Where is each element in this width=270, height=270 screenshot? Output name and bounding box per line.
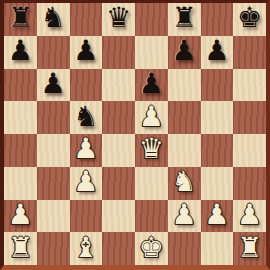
piece-white-pawn[interactable]: ♟	[8, 201, 33, 229]
square-h7[interactable]	[233, 36, 266, 69]
piece-white-knight[interactable]: ♞	[172, 168, 197, 196]
square-a5[interactable]	[4, 101, 37, 134]
square-e2[interactable]	[135, 200, 168, 233]
square-d3[interactable]	[102, 167, 135, 200]
square-h1[interactable]: ♜	[233, 232, 266, 265]
square-b5[interactable]	[37, 101, 70, 134]
piece-black-pawn[interactable]: ♟	[172, 37, 197, 65]
square-f1[interactable]	[168, 232, 201, 265]
piece-white-pawn[interactable]: ♟	[237, 201, 262, 229]
square-d7[interactable]	[102, 36, 135, 69]
piece-black-pawn[interactable]: ♟	[41, 70, 66, 98]
piece-white-pawn[interactable]: ♟	[172, 201, 197, 229]
square-e4[interactable]: ♛	[135, 134, 168, 167]
square-h2[interactable]: ♟	[233, 200, 266, 233]
square-b2[interactable]	[37, 200, 70, 233]
square-f6[interactable]	[168, 69, 201, 102]
chess-board: ♜♞♛♜♚♟♟♟♟♟♟♞♟♟♛♟♞♟♟♟♟♜♝♚♜	[4, 3, 266, 265]
square-g1[interactable]	[201, 232, 234, 265]
square-g2[interactable]: ♟	[201, 200, 234, 233]
square-e3[interactable]	[135, 167, 168, 200]
square-a3[interactable]	[4, 167, 37, 200]
square-b4[interactable]	[37, 134, 70, 167]
square-e5[interactable]: ♟	[135, 101, 168, 134]
piece-black-knight[interactable]: ♞	[73, 103, 98, 131]
square-c4[interactable]: ♟	[70, 134, 103, 167]
square-b8[interactable]: ♞	[37, 3, 70, 36]
square-d5[interactable]	[102, 101, 135, 134]
piece-white-pawn[interactable]: ♟	[204, 201, 229, 229]
piece-white-queen[interactable]: ♛	[139, 135, 164, 163]
square-a1[interactable]: ♜	[4, 232, 37, 265]
piece-white-pawn[interactable]: ♟	[73, 135, 98, 163]
square-e8[interactable]	[135, 3, 168, 36]
piece-black-king[interactable]: ♚	[237, 4, 262, 32]
square-g6[interactable]	[201, 69, 234, 102]
piece-white-rook[interactable]: ♜	[8, 234, 33, 262]
square-h8[interactable]: ♚	[233, 3, 266, 36]
square-g4[interactable]	[201, 134, 234, 167]
square-e6[interactable]: ♟	[135, 69, 168, 102]
square-f5[interactable]	[168, 101, 201, 134]
square-g8[interactable]	[201, 3, 234, 36]
square-c7[interactable]: ♟	[70, 36, 103, 69]
piece-black-pawn[interactable]: ♟	[204, 37, 229, 65]
piece-black-pawn[interactable]: ♟	[8, 37, 33, 65]
square-f8[interactable]: ♜	[168, 3, 201, 36]
square-a6[interactable]	[4, 69, 37, 102]
piece-white-pawn[interactable]: ♟	[139, 103, 164, 131]
square-c2[interactable]	[70, 200, 103, 233]
square-c1[interactable]: ♝	[70, 232, 103, 265]
piece-black-knight[interactable]: ♞	[41, 4, 66, 32]
square-d6[interactable]	[102, 69, 135, 102]
square-g7[interactable]: ♟	[201, 36, 234, 69]
square-c5[interactable]: ♞	[70, 101, 103, 134]
square-f3[interactable]: ♞	[168, 167, 201, 200]
square-f4[interactable]	[168, 134, 201, 167]
square-d8[interactable]: ♛	[102, 3, 135, 36]
square-h5[interactable]	[233, 101, 266, 134]
square-a4[interactable]	[4, 134, 37, 167]
square-e1[interactable]: ♚	[135, 232, 168, 265]
piece-white-rook[interactable]: ♜	[237, 234, 262, 262]
square-e7[interactable]	[135, 36, 168, 69]
piece-black-pawn[interactable]: ♟	[73, 37, 98, 65]
piece-black-queen[interactable]: ♛	[106, 4, 131, 32]
square-d1[interactable]	[102, 232, 135, 265]
piece-black-rook[interactable]: ♜	[8, 4, 33, 32]
square-c8[interactable]	[70, 3, 103, 36]
piece-white-king[interactable]: ♚	[139, 234, 164, 262]
square-d2[interactable]	[102, 200, 135, 233]
square-g3[interactable]	[201, 167, 234, 200]
square-h4[interactable]	[233, 134, 266, 167]
square-b3[interactable]	[37, 167, 70, 200]
square-b1[interactable]	[37, 232, 70, 265]
square-h6[interactable]	[233, 69, 266, 102]
square-c3[interactable]: ♟	[70, 167, 103, 200]
square-a7[interactable]: ♟	[4, 36, 37, 69]
square-d4[interactable]	[102, 134, 135, 167]
square-a8[interactable]: ♜	[4, 3, 37, 36]
square-f2[interactable]: ♟	[168, 200, 201, 233]
piece-black-rook[interactable]: ♜	[172, 4, 197, 32]
square-a2[interactable]: ♟	[4, 200, 37, 233]
square-f7[interactable]: ♟	[168, 36, 201, 69]
square-g5[interactable]	[201, 101, 234, 134]
board-frame: ♜♞♛♜♚♟♟♟♟♟♟♞♟♟♛♟♞♟♟♟♟♜♝♚♜	[0, 0, 270, 270]
piece-black-pawn[interactable]: ♟	[139, 70, 164, 98]
square-b6[interactable]: ♟	[37, 69, 70, 102]
chess-app: ♜♞♛♜♚♟♟♟♟♟♟♞♟♟♛♟♞♟♟♟♟♜♝♚♜	[0, 0, 270, 270]
square-c6[interactable]	[70, 69, 103, 102]
piece-white-pawn[interactable]: ♟	[73, 168, 98, 196]
square-h3[interactable]	[233, 167, 266, 200]
piece-white-bishop[interactable]: ♝	[73, 234, 98, 262]
square-b7[interactable]	[37, 36, 70, 69]
